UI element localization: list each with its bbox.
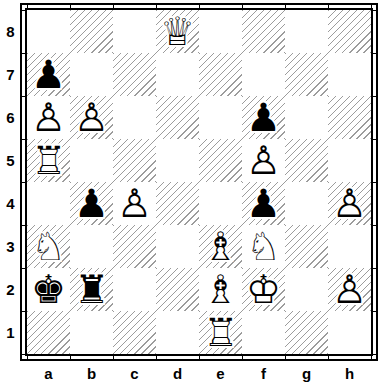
- chess-diagram: 87654321 ♛♕♟♟♟♙♟♙♟♟♜♖♟♙♟♟♟♙♟♟♟♙♞♘♝♗♞♘♚♚♜…: [0, 0, 385, 389]
- square-a2[interactable]: ♚♚: [27, 268, 70, 311]
- square-h5[interactable]: [328, 139, 371, 182]
- piece-white-knight-icon[interactable]: ♘: [27, 225, 70, 268]
- square-g3[interactable]: [285, 225, 328, 268]
- piece-white-bishop-icon[interactable]: ♗: [199, 268, 242, 311]
- file-label-g: g: [285, 361, 328, 386]
- square-c6[interactable]: [113, 96, 156, 139]
- square-h8[interactable]: [328, 10, 371, 53]
- file-label-h: h: [328, 361, 371, 386]
- piece-black-rook-icon[interactable]: ♜: [70, 268, 113, 311]
- square-e7[interactable]: [199, 53, 242, 96]
- square-d6[interactable]: [156, 96, 199, 139]
- square-f6[interactable]: ♟♟: [242, 96, 285, 139]
- rank-label-3: 3: [1, 225, 20, 268]
- piece-black-pawn-icon[interactable]: ♟: [27, 53, 70, 96]
- square-b1[interactable]: [70, 311, 113, 354]
- square-e2[interactable]: ♝♗: [199, 268, 242, 311]
- chess-board: ♛♕♟♟♟♙♟♙♟♟♜♖♟♙♟♟♟♙♟♟♟♙♞♘♝♗♞♘♚♚♜♜♝♗♚♔♟♙♜♖: [25, 8, 373, 356]
- square-a1[interactable]: [27, 311, 70, 354]
- square-g4[interactable]: [285, 182, 328, 225]
- frame-ticks-bottom: [27, 356, 375, 359]
- rank-label-2: 2: [1, 268, 20, 311]
- square-c5[interactable]: [113, 139, 156, 182]
- square-c7[interactable]: [113, 53, 156, 96]
- square-f8[interactable]: [242, 10, 285, 53]
- square-g1[interactable]: [285, 311, 328, 354]
- square-g6[interactable]: [285, 96, 328, 139]
- piece-white-rook-icon[interactable]: ♖: [199, 311, 242, 354]
- square-b4[interactable]: ♟♟: [70, 182, 113, 225]
- file-label-f: f: [242, 361, 285, 386]
- square-d3[interactable]: [156, 225, 199, 268]
- file-labels: abcdefgh: [27, 361, 371, 386]
- square-h3[interactable]: [328, 225, 371, 268]
- square-f7[interactable]: [242, 53, 285, 96]
- piece-black-king-icon[interactable]: ♚: [27, 268, 70, 311]
- rank-label-8: 8: [1, 10, 20, 53]
- square-c2[interactable]: [113, 268, 156, 311]
- square-d5[interactable]: [156, 139, 199, 182]
- square-c4[interactable]: ♟♙: [113, 182, 156, 225]
- square-e5[interactable]: [199, 139, 242, 182]
- square-h6[interactable]: [328, 96, 371, 139]
- square-a3[interactable]: ♞♘: [27, 225, 70, 268]
- rank-label-6: 6: [1, 96, 20, 139]
- square-h1[interactable]: [328, 311, 371, 354]
- square-g7[interactable]: [285, 53, 328, 96]
- piece-white-bishop-icon[interactable]: ♗: [199, 225, 242, 268]
- square-a4[interactable]: [27, 182, 70, 225]
- square-d2[interactable]: [156, 268, 199, 311]
- frame-ticks-right: [373, 10, 376, 358]
- square-f5[interactable]: ♟♙: [242, 139, 285, 182]
- rank-label-4: 4: [1, 182, 20, 225]
- square-e4[interactable]: [199, 182, 242, 225]
- square-b7[interactable]: [70, 53, 113, 96]
- file-label-c: c: [113, 361, 156, 386]
- square-e1[interactable]: ♜♖: [199, 311, 242, 354]
- square-f2[interactable]: ♚♔: [242, 268, 285, 311]
- square-h7[interactable]: [328, 53, 371, 96]
- piece-white-king-icon[interactable]: ♔: [242, 268, 285, 311]
- rank-label-7: 7: [1, 53, 20, 96]
- square-a8[interactable]: [27, 10, 70, 53]
- square-b3[interactable]: [70, 225, 113, 268]
- square-e6[interactable]: [199, 96, 242, 139]
- square-e3[interactable]: ♝♗: [199, 225, 242, 268]
- square-c8[interactable]: [113, 10, 156, 53]
- file-label-e: e: [199, 361, 242, 386]
- rank-label-1: 1: [1, 311, 20, 354]
- rank-labels: 87654321: [1, 10, 20, 354]
- square-a7[interactable]: ♟♟: [27, 53, 70, 96]
- square-d8[interactable]: ♛♕: [156, 10, 199, 53]
- piece-white-knight-icon[interactable]: ♘: [242, 225, 285, 268]
- square-h2[interactable]: ♟♙: [328, 268, 371, 311]
- square-b2[interactable]: ♜♜: [70, 268, 113, 311]
- file-label-a: a: [27, 361, 70, 386]
- square-f3[interactable]: ♞♘: [242, 225, 285, 268]
- square-e8[interactable]: [199, 10, 242, 53]
- piece-white-pawn-icon[interactable]: ♙: [70, 96, 113, 139]
- square-c1[interactable]: [113, 311, 156, 354]
- square-f1[interactable]: [242, 311, 285, 354]
- file-label-d: d: [156, 361, 199, 386]
- square-b5[interactable]: [70, 139, 113, 182]
- piece-white-pawn-icon[interactable]: ♙: [328, 268, 371, 311]
- square-g5[interactable]: [285, 139, 328, 182]
- square-g8[interactable]: [285, 10, 328, 53]
- square-c3[interactable]: [113, 225, 156, 268]
- square-b6[interactable]: ♟♙: [70, 96, 113, 139]
- piece-white-pawn-icon[interactable]: ♙: [27, 96, 70, 139]
- square-d7[interactable]: [156, 53, 199, 96]
- square-d1[interactable]: [156, 311, 199, 354]
- square-d4[interactable]: [156, 182, 199, 225]
- piece-white-rook-icon[interactable]: ♖: [27, 139, 70, 182]
- rank-label-5: 5: [1, 139, 20, 182]
- square-b8[interactable]: [70, 10, 113, 53]
- square-a5[interactable]: ♜♖: [27, 139, 70, 182]
- board-frame: ♛♕♟♟♟♙♟♙♟♟♜♖♟♙♟♟♟♙♟♟♟♙♞♘♝♗♞♘♚♚♜♜♝♗♚♔♟♙♜♖: [20, 3, 378, 361]
- piece-white-queen-icon[interactable]: ♕: [156, 10, 199, 53]
- piece-black-pawn-icon[interactable]: ♟: [242, 96, 285, 139]
- piece-white-pawn-icon[interactable]: ♙: [328, 182, 371, 225]
- piece-black-pawn-icon[interactable]: ♟: [70, 182, 113, 225]
- square-g2[interactable]: [285, 268, 328, 311]
- square-f4[interactable]: ♟♟: [242, 182, 285, 225]
- square-a6[interactable]: ♟♙: [27, 96, 70, 139]
- piece-black-pawn-icon[interactable]: ♟: [242, 182, 285, 225]
- piece-white-pawn-icon[interactable]: ♙: [242, 139, 285, 182]
- square-h4[interactable]: ♟♙: [328, 182, 371, 225]
- piece-white-pawn-icon[interactable]: ♙: [113, 182, 156, 225]
- file-label-b: b: [70, 361, 113, 386]
